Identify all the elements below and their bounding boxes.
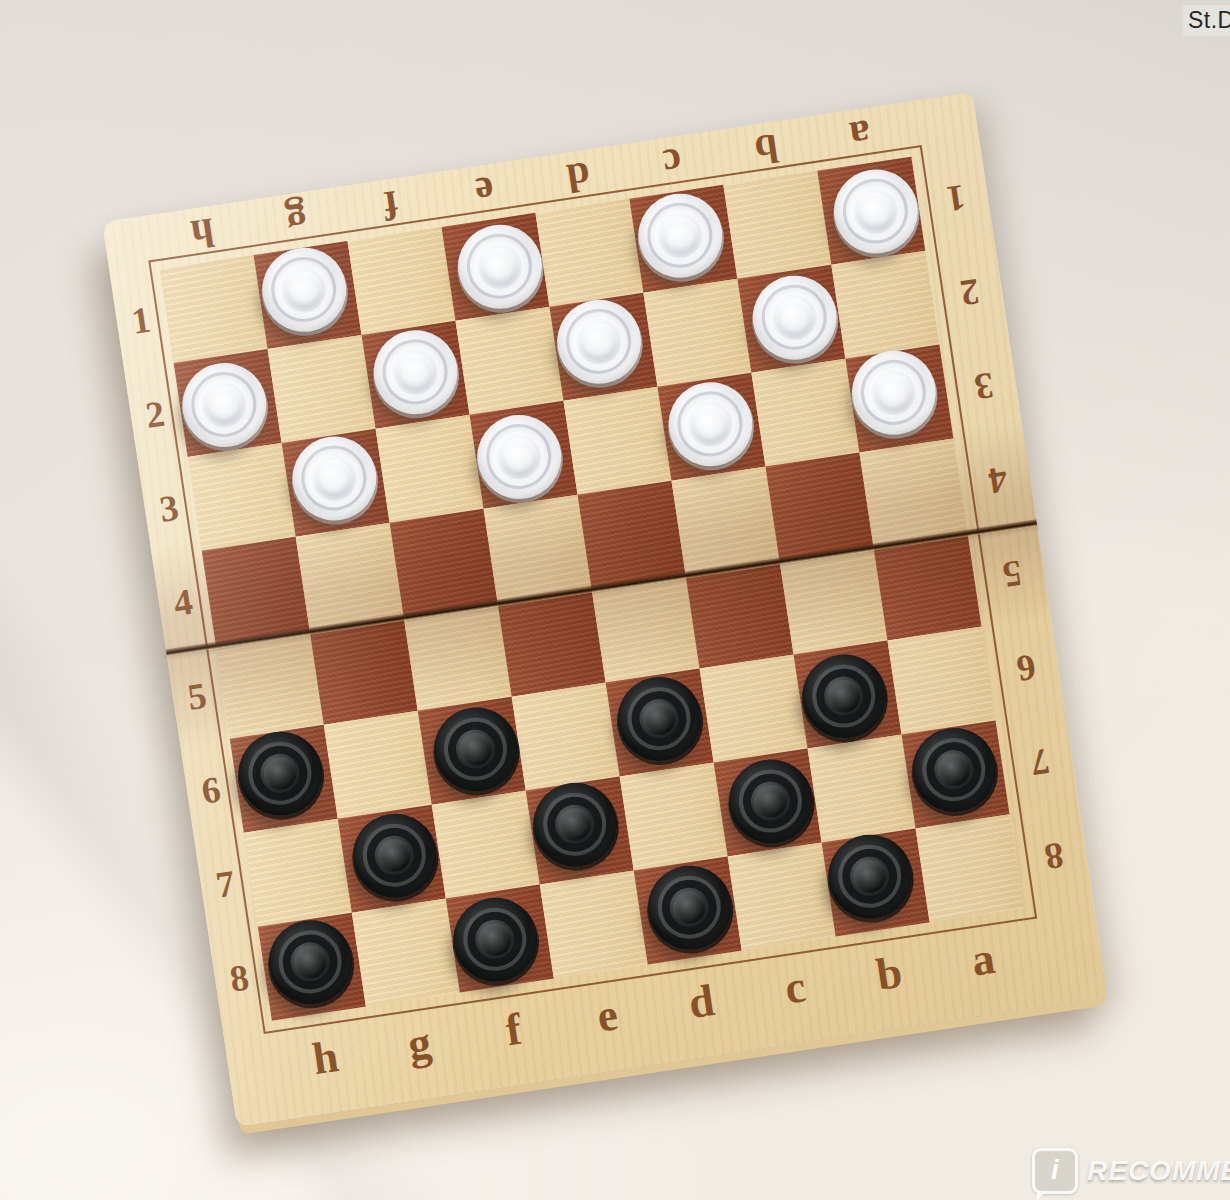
board-rotor: hgfedcbahgfedcba1234567812345678 xyxy=(102,92,1108,1127)
black-piece-b6[interactable] xyxy=(796,648,891,743)
white-piece-e1[interactable] xyxy=(452,218,547,313)
watermark-recommend: i RECOMMEND.RU xyxy=(1032,1148,1230,1194)
watermark-recommend-text: RECOMMEND.RU xyxy=(1087,1155,1230,1187)
white-piece-a3[interactable] xyxy=(846,345,941,440)
white-piece-a1[interactable] xyxy=(828,163,923,258)
pieces-layer xyxy=(102,92,1108,1127)
white-piece-e3[interactable] xyxy=(471,409,566,504)
checkers-board: hgfedcbahgfedcba1234567812345678 xyxy=(102,92,1108,1127)
black-piece-e7[interactable] xyxy=(527,776,622,871)
black-piece-h6[interactable] xyxy=(232,726,327,821)
photo-scene: hgfedcbahgfedcba1234567812345678 St.D i … xyxy=(0,0,1230,1200)
black-piece-f8[interactable] xyxy=(447,892,542,987)
black-piece-a7[interactable] xyxy=(906,722,1001,817)
white-piece-h2[interactable] xyxy=(176,357,271,452)
black-piece-c7[interactable] xyxy=(723,753,818,848)
black-piece-h8[interactable] xyxy=(262,914,357,1009)
white-piece-g1[interactable] xyxy=(256,242,351,337)
watermark-std: St.D xyxy=(1183,5,1230,36)
black-piece-b8[interactable] xyxy=(822,828,917,923)
white-piece-c1[interactable] xyxy=(632,187,727,282)
white-piece-c3[interactable] xyxy=(662,376,757,471)
black-piece-d6[interactable] xyxy=(611,671,706,766)
white-piece-d2[interactable] xyxy=(551,294,646,389)
white-piece-g3[interactable] xyxy=(286,430,381,525)
white-piece-b2[interactable] xyxy=(746,269,841,364)
white-piece-f2[interactable] xyxy=(367,324,462,419)
black-piece-f6[interactable] xyxy=(428,701,523,796)
speech-bubble-icon: i xyxy=(1032,1148,1078,1194)
black-piece-d8[interactable] xyxy=(641,859,736,954)
black-piece-g7[interactable] xyxy=(347,808,442,903)
